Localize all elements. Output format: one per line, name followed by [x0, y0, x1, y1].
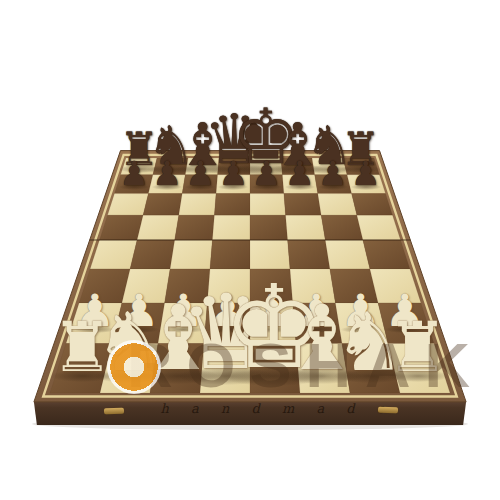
square-c6[interactable]	[179, 194, 216, 216]
brand-watermark: ROSHAK	[127, 329, 484, 401]
square-f5[interactable]	[286, 215, 326, 240]
square-e5[interactable]	[250, 215, 288, 240]
square-g6[interactable]	[318, 194, 357, 216]
square-b5[interactable]	[137, 215, 179, 240]
brass-clasp-left	[104, 408, 124, 415]
brass-clasp-right	[378, 407, 398, 414]
piece-black-pawn-e7[interactable]: ♟	[250, 157, 283, 190]
square-b4[interactable]	[130, 240, 175, 269]
piece-black-pawn-a7[interactable]: ♟	[118, 157, 151, 190]
square-c5[interactable]	[175, 215, 215, 240]
handmade-engraving: h a n d m a d e	[157, 401, 397, 416]
square-e6[interactable]	[250, 194, 286, 216]
square-g5[interactable]	[321, 215, 363, 240]
square-c4[interactable]	[170, 240, 212, 269]
piece-black-pawn-f7[interactable]: ♟	[283, 157, 316, 190]
piece-black-pawn-h7[interactable]: ♟	[349, 157, 382, 190]
piece-black-pawn-c7[interactable]: ♟	[184, 157, 217, 190]
product-photo-stage: ♜♞♝♛♚♝♞♜♟♟♟♟♟♟♟♟♟♟♟♟♟♟♟♟♜♞♝♛♚♝♞♜ ROSHAK …	[0, 0, 500, 500]
square-a6[interactable]	[108, 194, 149, 216]
piece-black-pawn-d7[interactable]: ♟	[217, 157, 250, 190]
square-d5[interactable]	[212, 215, 250, 240]
square-g4[interactable]	[325, 240, 370, 269]
piece-black-pawn-g7[interactable]: ♟	[316, 157, 349, 190]
square-b6[interactable]	[143, 194, 182, 216]
square-h6[interactable]	[352, 194, 393, 216]
piece-black-pawn-b7[interactable]: ♟	[151, 157, 184, 190]
chess-board	[0, 0, 500, 500]
square-d6[interactable]	[214, 194, 250, 216]
brand-logo-icon	[107, 340, 161, 394]
square-f6[interactable]	[284, 194, 321, 216]
